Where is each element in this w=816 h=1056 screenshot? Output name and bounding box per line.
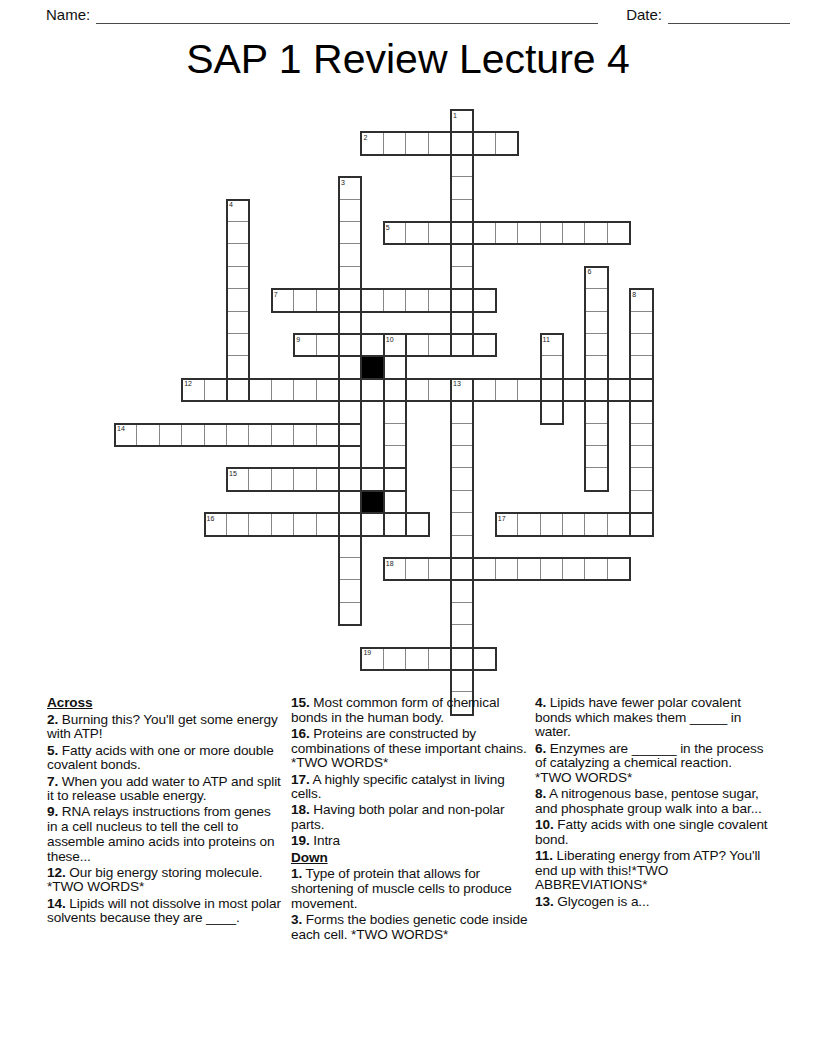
crossword-worksheet: { "page": { "name_label": "Name:", "date… bbox=[0, 0, 816, 1056]
grid-cell[interactable] bbox=[585, 222, 607, 244]
grid-cell[interactable] bbox=[630, 356, 652, 378]
grid-cell[interactable] bbox=[451, 580, 473, 602]
grid-cell[interactable] bbox=[205, 424, 227, 446]
grid-cell[interactable] bbox=[361, 334, 383, 356]
grid-cell[interactable] bbox=[227, 312, 249, 334]
grid-cell[interactable] bbox=[227, 244, 249, 266]
grid-cell[interactable] bbox=[451, 491, 473, 513]
grid-cell[interactable] bbox=[429, 379, 451, 401]
grid-cell[interactable] bbox=[384, 401, 406, 423]
grid-cell[interactable] bbox=[406, 222, 428, 244]
grid-cell[interactable] bbox=[227, 267, 249, 289]
grid-cell[interactable] bbox=[451, 603, 473, 625]
grid-cell[interactable] bbox=[361, 132, 383, 154]
grid-cell[interactable] bbox=[429, 558, 451, 580]
grid-cell[interactable] bbox=[451, 289, 473, 311]
black-cell bbox=[361, 356, 383, 378]
grid-cell[interactable] bbox=[451, 110, 473, 132]
clue-number: 13. bbox=[535, 894, 554, 909]
grid-cell[interactable] bbox=[541, 222, 563, 244]
clue-number: 14. bbox=[47, 896, 66, 911]
clue-number: 1. bbox=[291, 866, 302, 881]
grid-cell[interactable] bbox=[294, 424, 316, 446]
grid-cell[interactable] bbox=[406, 558, 428, 580]
grid-cell[interactable] bbox=[361, 379, 383, 401]
grid-cell[interactable] bbox=[541, 558, 563, 580]
grid-cell[interactable] bbox=[361, 289, 383, 311]
grid-cell[interactable] bbox=[384, 558, 406, 580]
grid-cell[interactable] bbox=[451, 670, 473, 692]
grid-cell[interactable] bbox=[384, 379, 406, 401]
grid-cell[interactable] bbox=[227, 468, 249, 490]
grid-cell[interactable] bbox=[227, 424, 249, 446]
clue-number: 17. bbox=[291, 772, 310, 787]
grid-cell[interactable] bbox=[294, 513, 316, 535]
grid-cell[interactable] bbox=[339, 513, 361, 535]
grid-cell[interactable] bbox=[451, 424, 473, 446]
grid-cell[interactable] bbox=[451, 625, 473, 647]
clue-column-2: 15. Most common form of chemical bonds i… bbox=[291, 696, 528, 944]
clue-number: 18. bbox=[291, 802, 310, 817]
grid-cell[interactable] bbox=[563, 222, 585, 244]
grid-cell[interactable] bbox=[339, 558, 361, 580]
grid-cell[interactable] bbox=[630, 334, 652, 356]
grid-cell[interactable] bbox=[227, 356, 249, 378]
grid-cell[interactable] bbox=[339, 424, 361, 446]
grid-cell[interactable] bbox=[429, 222, 451, 244]
clue-column-3: 4. Lipids have fewer polar covalent bond… bbox=[535, 696, 772, 944]
grid-cell[interactable] bbox=[451, 379, 473, 401]
grid-cell[interactable] bbox=[339, 356, 361, 378]
grid-cell[interactable] bbox=[473, 132, 495, 154]
grid-cell[interactable] bbox=[585, 356, 607, 378]
grid-cell[interactable] bbox=[227, 289, 249, 311]
grid-cell[interactable] bbox=[384, 491, 406, 513]
grid-cell[interactable] bbox=[451, 155, 473, 177]
grid-cell[interactable] bbox=[227, 222, 249, 244]
grid-cell[interactable] bbox=[317, 379, 339, 401]
grid-cell[interactable] bbox=[473, 289, 495, 311]
clue-number: 19. bbox=[291, 833, 310, 848]
grid-cell[interactable] bbox=[585, 424, 607, 446]
grid-cell[interactable] bbox=[406, 513, 428, 535]
grid-cell[interactable] bbox=[429, 132, 451, 154]
grid-cell[interactable] bbox=[160, 424, 182, 446]
grid-cell[interactable] bbox=[496, 222, 518, 244]
grid-cell[interactable] bbox=[317, 513, 339, 535]
grid-cell[interactable] bbox=[585, 289, 607, 311]
grid-cell[interactable] bbox=[451, 468, 473, 490]
grid-cell[interactable] bbox=[406, 379, 428, 401]
grid-cell[interactable] bbox=[541, 513, 563, 535]
grid-cell[interactable] bbox=[384, 334, 406, 356]
grid-cell[interactable] bbox=[541, 379, 563, 401]
grid-cell[interactable] bbox=[317, 289, 339, 311]
clue-across-2: 2. Burning this? You'll get some energy … bbox=[47, 713, 284, 742]
grid-cell[interactable] bbox=[518, 558, 540, 580]
grid-cell[interactable] bbox=[451, 312, 473, 334]
grid-cell[interactable] bbox=[339, 200, 361, 222]
down-header: Down bbox=[291, 851, 528, 866]
clue-number: 2. bbox=[47, 712, 58, 727]
clue-list: Across2. Burning this? You'll get some e… bbox=[47, 696, 773, 944]
grid-cell[interactable] bbox=[294, 468, 316, 490]
clue-down-8: 8. A nitrogenous base, pentose sugar, an… bbox=[535, 787, 772, 816]
clue-across-7: 7. When you add water to ATP and split i… bbox=[47, 775, 284, 804]
grid-cell[interactable] bbox=[384, 468, 406, 490]
clue-number: 5. bbox=[47, 743, 58, 758]
grid-cell[interactable] bbox=[630, 424, 652, 446]
grid-cell[interactable] bbox=[361, 468, 383, 490]
grid-cell[interactable] bbox=[339, 401, 361, 423]
clue-number: 7. bbox=[47, 774, 58, 789]
grid-cell[interactable] bbox=[227, 334, 249, 356]
grid-cell[interactable] bbox=[317, 468, 339, 490]
clue-across-16: 16. Proteins are constructed by combinat… bbox=[291, 727, 528, 771]
grid-cell[interactable] bbox=[451, 446, 473, 468]
grid-cell[interactable] bbox=[563, 379, 585, 401]
grid-cell[interactable] bbox=[585, 558, 607, 580]
grid-cell[interactable] bbox=[294, 379, 316, 401]
clue-number: 15. bbox=[291, 695, 310, 710]
clue-down-4: 4. Lipids have fewer polar covalent bond… bbox=[535, 696, 772, 740]
grid-cell[interactable] bbox=[339, 379, 361, 401]
clue-across-14: 14. Lipids will not dissolve in most pol… bbox=[47, 897, 284, 926]
grid-cell[interactable] bbox=[541, 401, 563, 423]
across-header: Across bbox=[47, 696, 284, 711]
grid-cell[interactable] bbox=[272, 289, 294, 311]
grid-cell[interactable] bbox=[115, 424, 137, 446]
clue-down-1: 1. Type of protein that allows for short… bbox=[291, 867, 528, 911]
clue-down-3: 3. Forms the bodies genetic code inside … bbox=[291, 913, 528, 942]
clue-down-10: 10. Fatty acids with one single covalent… bbox=[535, 818, 772, 847]
grid-cell[interactable] bbox=[451, 267, 473, 289]
grid-cell[interactable] bbox=[585, 334, 607, 356]
grid-cell[interactable] bbox=[339, 468, 361, 490]
grid-cell[interactable] bbox=[384, 356, 406, 378]
grid-cell[interactable] bbox=[451, 513, 473, 535]
grid-cell[interactable] bbox=[406, 289, 428, 311]
grid-cell[interactable] bbox=[585, 401, 607, 423]
grid-cell[interactable] bbox=[317, 334, 339, 356]
clue-across-5: 5. Fatty acids with one or more double c… bbox=[47, 744, 284, 773]
clue-number: 12. bbox=[47, 865, 66, 880]
grid-cell[interactable] bbox=[406, 132, 428, 154]
grid-cell[interactable] bbox=[384, 648, 406, 670]
grid-cell[interactable] bbox=[585, 513, 607, 535]
grid-cell[interactable] bbox=[585, 468, 607, 490]
grid-cell[interactable] bbox=[272, 424, 294, 446]
grid-cell[interactable] bbox=[630, 312, 652, 334]
clue-number: 6. bbox=[535, 741, 546, 756]
grid-cell[interactable] bbox=[339, 312, 361, 334]
grid-cell[interactable] bbox=[630, 491, 652, 513]
grid-cell[interactable] bbox=[339, 334, 361, 356]
clue-across-17: 17. A highly specific catalyst in living… bbox=[291, 773, 528, 802]
grid-cell[interactable] bbox=[541, 334, 563, 356]
grid-cell[interactable] bbox=[585, 267, 607, 289]
grid-cell[interactable] bbox=[563, 558, 585, 580]
grid-cell[interactable] bbox=[630, 446, 652, 468]
grid-cell[interactable] bbox=[630, 379, 652, 401]
grid-cell[interactable] bbox=[227, 513, 249, 535]
clue-across-12: 12. Our big energy storing molecule. *TW… bbox=[47, 866, 284, 895]
grid-cell[interactable] bbox=[339, 267, 361, 289]
clue-across-9: 9. RNA relays instructions from genes in… bbox=[47, 805, 284, 864]
grid-cell[interactable] bbox=[451, 558, 473, 580]
grid-cell[interactable] bbox=[361, 648, 383, 670]
grid-cell[interactable] bbox=[384, 424, 406, 446]
grid-cell[interactable] bbox=[608, 379, 630, 401]
grid-cell[interactable] bbox=[496, 132, 518, 154]
grid-cell[interactable] bbox=[451, 401, 473, 423]
clue-number: 9. bbox=[47, 804, 58, 819]
grid-cell[interactable] bbox=[272, 379, 294, 401]
grid-cell[interactable] bbox=[496, 379, 518, 401]
grid-cell[interactable] bbox=[339, 446, 361, 468]
grid-cell[interactable] bbox=[585, 312, 607, 334]
grid-cell[interactable] bbox=[630, 401, 652, 423]
grid-cell[interactable] bbox=[339, 491, 361, 513]
grid-cell[interactable] bbox=[339, 222, 361, 244]
clue-across-15: 15. Most common form of chemical bonds i… bbox=[291, 696, 528, 725]
grid-cell[interactable] bbox=[205, 379, 227, 401]
grid-cell[interactable] bbox=[429, 648, 451, 670]
clue-across-18: 18. Having both polar and non-polar part… bbox=[291, 803, 528, 832]
clue-number: 16. bbox=[291, 726, 310, 741]
clue-number: 11. bbox=[535, 848, 553, 863]
grid-cell[interactable] bbox=[473, 222, 495, 244]
grid-cell[interactable] bbox=[451, 200, 473, 222]
black-cell bbox=[361, 491, 383, 513]
grid-cell[interactable] bbox=[518, 222, 540, 244]
grid-cell[interactable] bbox=[406, 334, 428, 356]
grid-cell[interactable] bbox=[451, 132, 473, 154]
grid-cell[interactable] bbox=[249, 468, 271, 490]
grid-cell[interactable] bbox=[608, 513, 630, 535]
grid-cell[interactable] bbox=[272, 468, 294, 490]
grid-cell[interactable] bbox=[496, 558, 518, 580]
grid-cell[interactable] bbox=[429, 334, 451, 356]
grid-cell[interactable] bbox=[137, 424, 159, 446]
clue-number: 10. bbox=[535, 817, 554, 832]
grid-cell[interactable] bbox=[630, 289, 652, 311]
grid-cell[interactable] bbox=[294, 289, 316, 311]
clue-across-19: 19. Intra bbox=[291, 834, 528, 849]
grid-cell[interactable] bbox=[339, 536, 361, 558]
grid-cell[interactable] bbox=[608, 222, 630, 244]
grid-cell[interactable] bbox=[339, 244, 361, 266]
grid-cell[interactable] bbox=[384, 132, 406, 154]
grid-cell[interactable] bbox=[272, 513, 294, 535]
grid-cell[interactable] bbox=[406, 648, 428, 670]
grid-cell[interactable] bbox=[518, 379, 540, 401]
grid-cell[interactable] bbox=[294, 334, 316, 356]
grid-cell[interactable] bbox=[249, 379, 271, 401]
grid-cell[interactable] bbox=[182, 379, 204, 401]
grid-cell[interactable] bbox=[205, 513, 227, 535]
grid-cell[interactable] bbox=[451, 648, 473, 670]
grid-cell[interactable] bbox=[451, 536, 473, 558]
grid-cell[interactable] bbox=[473, 379, 495, 401]
clue-column-1: Across2. Burning this? You'll get some e… bbox=[47, 696, 284, 944]
grid-cell[interactable] bbox=[249, 424, 271, 446]
clue-number: 3. bbox=[291, 912, 302, 927]
grid-cell[interactable] bbox=[339, 580, 361, 602]
grid-cell[interactable] bbox=[630, 513, 652, 535]
clue-down-6: 6. Enzymes are ______ in the process of … bbox=[535, 742, 772, 786]
grid-cell[interactable] bbox=[585, 446, 607, 468]
grid-cell[interactable] bbox=[451, 244, 473, 266]
grid-cell[interactable] bbox=[249, 513, 271, 535]
grid-cell[interactable] bbox=[451, 177, 473, 199]
grid-cell[interactable] bbox=[339, 177, 361, 199]
grid-cell[interactable] bbox=[451, 222, 473, 244]
grid-cell[interactable] bbox=[339, 289, 361, 311]
grid-cell[interactable] bbox=[473, 648, 495, 670]
clue-down-11: 11. Liberating energy from ATP? You'll e… bbox=[535, 849, 772, 893]
grid-cell[interactable] bbox=[339, 603, 361, 625]
grid-cell[interactable] bbox=[361, 513, 383, 535]
grid-cell[interactable] bbox=[473, 334, 495, 356]
grid-cell[interactable] bbox=[384, 222, 406, 244]
clue-number: 8. bbox=[535, 786, 546, 801]
grid-cell[interactable] bbox=[317, 424, 339, 446]
grid-cell[interactable] bbox=[563, 513, 585, 535]
grid-cell[interactable] bbox=[227, 379, 249, 401]
clue-down-13: 13. Glycogen is a... bbox=[535, 895, 772, 910]
grid-cell[interactable] bbox=[518, 513, 540, 535]
grid-cell[interactable] bbox=[541, 356, 563, 378]
grid-cell[interactable] bbox=[227, 200, 249, 222]
grid-cell[interactable] bbox=[384, 289, 406, 311]
grid-cell[interactable] bbox=[384, 513, 406, 535]
grid-cell[interactable] bbox=[384, 446, 406, 468]
grid-cell[interactable] bbox=[630, 468, 652, 490]
grid-cell[interactable] bbox=[182, 424, 204, 446]
grid-cell[interactable] bbox=[429, 289, 451, 311]
grid-cell[interactable] bbox=[608, 558, 630, 580]
grid-cell[interactable] bbox=[451, 334, 473, 356]
clue-number: 4. bbox=[535, 695, 546, 710]
grid-cell[interactable] bbox=[473, 558, 495, 580]
grid-cell[interactable] bbox=[585, 379, 607, 401]
grid-cell[interactable] bbox=[496, 513, 518, 535]
